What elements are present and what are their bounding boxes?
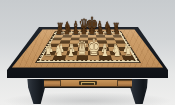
piece-white-bishop-f1[interactable]: ♝ — [100, 42, 110, 59]
piece-black-pawn-a7[interactable]: ♟ — [56, 26, 62, 37]
piece-white-king-e1[interactable]: ♚ — [87, 36, 100, 59]
piece-black-pawn-h7[interactable]: ♟ — [114, 26, 120, 37]
piece-black-pawn-c7[interactable]: ♟ — [72, 26, 78, 37]
piece-white-bishop-c1[interactable]: ♝ — [66, 42, 76, 59]
piece-white-knight-g1[interactable]: ♞ — [112, 43, 121, 59]
piece-white-rook-h1[interactable]: ♜ — [124, 45, 132, 59]
pieces-layer: ♜♞♝♛♚♝♞♜♟♟♟♟♟♟♟♟♟♟♟♟♟♟♟♟♜♞♝♛♚♝♞♜ — [0, 0, 175, 105]
piece-black-pawn-b7[interactable]: ♟ — [64, 26, 70, 37]
piece-white-knight-b1[interactable]: ♞ — [55, 43, 64, 59]
piece-black-pawn-g7[interactable]: ♟ — [106, 26, 112, 37]
piece-black-pawn-d7[interactable]: ♟ — [81, 26, 87, 37]
piece-white-rook-a1[interactable]: ♜ — [44, 45, 52, 59]
chess-table-photo: ♜♞♝♛♚♝♞♜♟♟♟♟♟♟♟♟♟♟♟♟♟♟♟♟♜♞♝♛♚♝♞♜ — [0, 0, 175, 105]
